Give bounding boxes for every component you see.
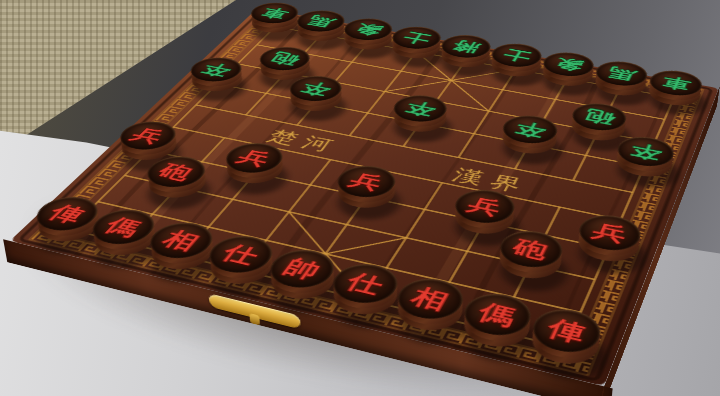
piece-character: 傌 — [475, 300, 520, 329]
piece-red-elephant[interactable]: 相 — [389, 290, 471, 342]
piece-character: 兵 — [346, 170, 386, 192]
piece-character: 仕 — [218, 241, 263, 266]
piece-character: 砲 — [510, 236, 552, 261]
piece-character: 相 — [408, 285, 453, 313]
piece-character: 卒 — [402, 99, 439, 117]
piece-character: 傌 — [101, 215, 146, 239]
piece-character: 馬 — [605, 65, 638, 82]
piece-character: 象 — [351, 22, 385, 37]
piece-character: 俥 — [45, 202, 90, 225]
piece-red-general[interactable]: 帥 — [261, 261, 343, 310]
piece-character: 卒 — [297, 80, 334, 98]
piece-red-horse[interactable]: 傌 — [455, 305, 537, 358]
piece-green-soldier[interactable]: 卒 — [183, 69, 250, 100]
piece-green-elephant[interactable]: 象 — [537, 64, 598, 95]
piece-green-soldier[interactable]: 卒 — [496, 127, 563, 163]
piece-character: 砲 — [582, 107, 617, 126]
piece-character: 相 — [159, 228, 204, 253]
piece-green-general[interactable]: 將 — [435, 46, 496, 75]
piece-red-cannon[interactable]: 砲 — [139, 168, 216, 208]
piece-green-soldier[interactable]: 卒 — [611, 148, 677, 186]
piece-red-soldier[interactable]: 兵 — [329, 177, 403, 218]
piece-red-soldier[interactable]: 兵 — [218, 154, 292, 192]
piece-red-chariot[interactable]: 俥 — [524, 321, 605, 376]
piece-green-horse[interactable]: 馬 — [290, 21, 351, 48]
piece-character: 將 — [449, 38, 482, 54]
piece-character: 象 — [552, 56, 585, 72]
piece-green-horse[interactable]: 馬 — [590, 73, 651, 104]
piece-character: 砲 — [267, 50, 303, 66]
piece-green-chariot[interactable]: 車 — [644, 82, 704, 114]
piece-character: 卒 — [198, 61, 235, 78]
piece-character: 士 — [500, 47, 533, 63]
piece-red-soldier[interactable]: 兵 — [571, 227, 644, 272]
piece-red-advisor[interactable]: 仕 — [324, 275, 406, 325]
piece-character: 車 — [258, 6, 292, 20]
piece-character: 兵 — [590, 220, 630, 244]
piece-character: 砲 — [155, 161, 197, 182]
piece-character: 兵 — [234, 147, 275, 168]
piece-character: 卒 — [512, 120, 548, 139]
piece-character: 兵 — [465, 195, 505, 218]
piece-character: 馬 — [304, 14, 338, 29]
piece-character: 卒 — [628, 141, 664, 161]
piece-character: 士 — [400, 30, 433, 45]
piece-character: 俥 — [544, 316, 589, 346]
piece-green-advisor[interactable]: 士 — [386, 38, 447, 67]
scene: 楚河 漢界 車馬象士將士象馬車砲砲卒卒卒卒卒兵兵兵兵兵砲砲俥傌相仕帥仕相傌俥 — [0, 0, 720, 396]
piece-green-advisor[interactable]: 士 — [485, 55, 546, 85]
piece-character: 帥 — [280, 255, 325, 281]
piece-green-soldier[interactable]: 卒 — [282, 87, 349, 120]
piece-green-soldier[interactable]: 卒 — [386, 106, 453, 140]
piece-character: 仕 — [343, 270, 388, 297]
piece-character: 車 — [659, 74, 692, 91]
piece-red-cannon[interactable]: 砲 — [492, 242, 568, 289]
piece-character: 兵 — [128, 126, 169, 146]
piece-green-elephant[interactable]: 象 — [337, 29, 398, 57]
